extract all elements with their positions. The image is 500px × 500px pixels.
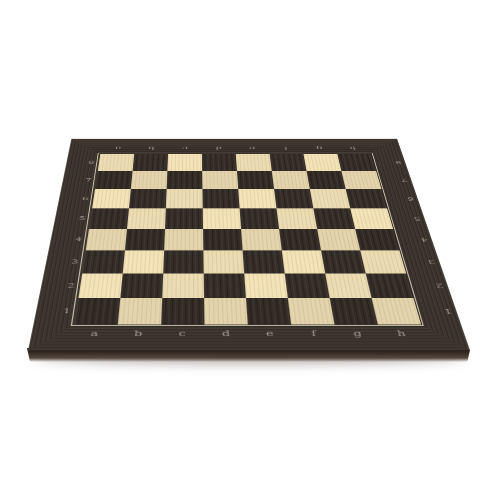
square-b6[interactable] (128, 188, 166, 207)
square-e7[interactable] (236, 170, 273, 188)
square-g7[interactable] (306, 170, 345, 188)
square-g1[interactable] (329, 297, 377, 323)
square-e3[interactable] (242, 250, 284, 273)
chessboard: abcdefgh abcdefgh 87654321 87654321 (28, 138, 470, 350)
square-a8[interactable] (97, 153, 133, 170)
square-f1[interactable] (287, 297, 334, 323)
square-c7[interactable] (166, 170, 202, 188)
square-d4[interactable] (202, 228, 242, 250)
square-g8[interactable] (302, 153, 340, 170)
square-c6[interactable] (165, 188, 202, 207)
square-g4[interactable] (316, 228, 359, 250)
square-h1[interactable] (370, 297, 420, 323)
square-g5[interactable] (312, 208, 354, 228)
square-h2[interactable] (365, 273, 413, 298)
square-f8[interactable] (269, 153, 306, 170)
square-f2[interactable] (284, 273, 329, 298)
square-e4[interactable] (240, 228, 281, 250)
square-f5[interactable] (275, 208, 316, 228)
square-c2[interactable] (161, 273, 203, 298)
square-b1[interactable] (117, 297, 161, 323)
square-b5[interactable] (126, 208, 165, 228)
square-d2[interactable] (203, 273, 245, 298)
product-photo-background: abcdefgh abcdefgh 87654321 87654321 (0, 0, 500, 500)
square-f3[interactable] (281, 250, 324, 273)
square-d3[interactable] (202, 250, 243, 273)
square-b7[interactable] (130, 170, 167, 188)
square-d6[interactable] (201, 188, 238, 207)
square-h3[interactable] (359, 250, 405, 273)
square-a5[interactable] (88, 208, 128, 228)
square-d1[interactable] (203, 297, 247, 323)
square-h4[interactable] (354, 228, 398, 250)
square-g3[interactable] (320, 250, 365, 273)
board-frame-top (68, 138, 402, 153)
square-e5[interactable] (239, 208, 278, 228)
square-a3[interactable] (81, 250, 124, 273)
square-a7[interactable] (94, 170, 132, 188)
square-h7[interactable] (340, 170, 380, 188)
square-b4[interactable] (124, 228, 164, 250)
square-a4[interactable] (85, 228, 126, 250)
square-f6[interactable] (273, 188, 312, 207)
square-h5[interactable] (349, 208, 392, 228)
square-c1[interactable] (160, 297, 203, 323)
square-a2[interactable] (77, 273, 121, 298)
square-a1[interactable] (73, 297, 119, 323)
square-d8[interactable] (201, 153, 236, 170)
board-frame-bottom (28, 324, 470, 350)
square-g6[interactable] (309, 188, 349, 207)
square-f4[interactable] (278, 228, 320, 250)
square-e1[interactable] (245, 297, 290, 323)
square-c8[interactable] (166, 153, 201, 170)
playing-field (73, 153, 420, 323)
square-c5[interactable] (164, 208, 202, 228)
square-b8[interactable] (132, 153, 168, 170)
square-f7[interactable] (271, 170, 309, 188)
square-g2[interactable] (324, 273, 370, 298)
square-b2[interactable] (119, 273, 162, 298)
chessboard-perspective-wrapper: abcdefgh abcdefgh 87654321 87654321 (39, 41, 440, 416)
square-a6[interactable] (91, 188, 130, 207)
square-e2[interactable] (243, 273, 287, 298)
square-c3[interactable] (162, 250, 202, 273)
square-e6[interactable] (237, 188, 275, 207)
square-h6[interactable] (345, 188, 386, 207)
square-d7[interactable] (201, 170, 237, 188)
square-b3[interactable] (122, 250, 163, 273)
square-h8[interactable] (336, 153, 375, 170)
square-c4[interactable] (163, 228, 202, 250)
square-e8[interactable] (235, 153, 271, 170)
square-d5[interactable] (202, 208, 240, 228)
